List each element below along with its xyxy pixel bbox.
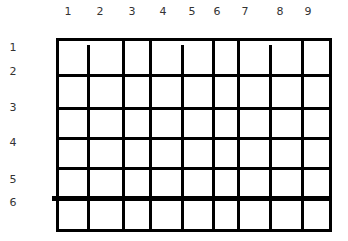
column-label-1: 1 xyxy=(62,5,74,19)
grid-cell-r6c6[interactable] xyxy=(215,200,237,229)
grid-cell-r3c1[interactable] xyxy=(59,110,87,137)
grid-cell-r2c6[interactable] xyxy=(215,77,237,107)
grid-cell-r4c1[interactable] xyxy=(59,140,87,167)
grid-cell-r2c1[interactable] xyxy=(59,77,87,107)
row-label-4: 4 xyxy=(7,136,19,150)
grid-cell-r4c4[interactable] xyxy=(152,140,181,167)
grid-cell-r2c8[interactable] xyxy=(272,77,301,107)
grid-cell-r5c1[interactable] xyxy=(59,170,87,197)
grid-cell-r4c3[interactable] xyxy=(125,140,149,167)
grid-cell-r4c2[interactable] xyxy=(90,140,122,167)
grid-cell-r1c9[interactable] xyxy=(304,41,329,74)
grid-cell-r1c7[interactable] xyxy=(240,41,269,74)
grid-cell-r1c3[interactable] xyxy=(125,41,149,74)
grid-cell-r1c8[interactable] xyxy=(272,41,301,74)
grid-cell-r3c8[interactable] xyxy=(272,110,301,137)
grid-cell-r3c5[interactable] xyxy=(184,110,212,137)
grid-cell-r4c6[interactable] xyxy=(215,140,237,167)
grid-cell-r6c1[interactable] xyxy=(59,200,87,229)
row-label-5: 5 xyxy=(7,173,19,187)
row-label-3: 3 xyxy=(7,101,19,115)
grid-cell-r3c3[interactable] xyxy=(125,110,149,137)
column-label-9: 9 xyxy=(302,5,314,19)
grid-cell-r1c1[interactable] xyxy=(59,41,87,74)
grid-cell-r6c2[interactable] xyxy=(90,200,122,229)
grid-cell-r4c8[interactable] xyxy=(272,140,301,167)
row-label-1: 1 xyxy=(7,41,19,55)
grid-cell-r2c2[interactable] xyxy=(90,77,122,107)
line-gap-artifact xyxy=(181,41,184,45)
thick-row-divider-artifact xyxy=(52,196,332,201)
grid-cell-r6c4[interactable] xyxy=(152,200,181,229)
grid-cell-r5c6[interactable] xyxy=(215,170,237,197)
column-label-2: 2 xyxy=(94,5,106,19)
grid-cell-r6c9[interactable] xyxy=(304,200,329,229)
grid-cell-r2c3[interactable] xyxy=(125,77,149,107)
grid-cell-r4c5[interactable] xyxy=(184,140,212,167)
grid-cell-r2c7[interactable] xyxy=(240,77,269,107)
column-label-3: 3 xyxy=(126,5,138,19)
grid-cell-r3c2[interactable] xyxy=(90,110,122,137)
grid-worksheet: 1 2 3 4 5 6 7 8 9 1 2 3 4 5 6 xyxy=(0,0,348,241)
grid-cell-r5c5[interactable] xyxy=(184,170,212,197)
grid-cell-r5c8[interactable] xyxy=(272,170,301,197)
puzzle-grid-board xyxy=(56,38,332,232)
grid-cell-r1c5[interactable] xyxy=(184,41,212,74)
grid-cell-r2c9[interactable] xyxy=(304,77,329,107)
grid-cell-r2c4[interactable] xyxy=(152,77,181,107)
grid-cell-r5c9[interactable] xyxy=(304,170,329,197)
column-label-5: 5 xyxy=(186,5,198,19)
column-label-4: 4 xyxy=(157,5,169,19)
grid-cell-r5c3[interactable] xyxy=(125,170,149,197)
grid-cell-r5c2[interactable] xyxy=(90,170,122,197)
grid-cell-r6c8[interactable] xyxy=(272,200,301,229)
row-label-6: 6 xyxy=(7,196,19,210)
grid-cell-r4c7[interactable] xyxy=(240,140,269,167)
grid-cell-r6c7[interactable] xyxy=(240,200,269,229)
grid-cell-r2c5[interactable] xyxy=(184,77,212,107)
grid-cell-r6c5[interactable] xyxy=(184,200,212,229)
grid-cell-r1c6[interactable] xyxy=(215,41,237,74)
column-label-6: 6 xyxy=(211,5,223,19)
grid-cell-r4c9[interactable] xyxy=(304,140,329,167)
line-gap-artifact xyxy=(269,41,272,45)
line-gap-artifact xyxy=(87,41,90,45)
grid-cell-r1c4[interactable] xyxy=(152,41,181,74)
row-label-2: 2 xyxy=(7,65,19,79)
column-label-8: 8 xyxy=(274,5,286,19)
grid-cell-r5c7[interactable] xyxy=(240,170,269,197)
grid-cell-r5c4[interactable] xyxy=(152,170,181,197)
grid-cell-r1c2[interactable] xyxy=(90,41,122,74)
grid-cell-r3c9[interactable] xyxy=(304,110,329,137)
grid-cell-r3c4[interactable] xyxy=(152,110,181,137)
grid-cell-r3c6[interactable] xyxy=(215,110,237,137)
grid-cell-r6c3[interactable] xyxy=(125,200,149,229)
column-label-7: 7 xyxy=(239,5,251,19)
grid-cell-r3c7[interactable] xyxy=(240,110,269,137)
